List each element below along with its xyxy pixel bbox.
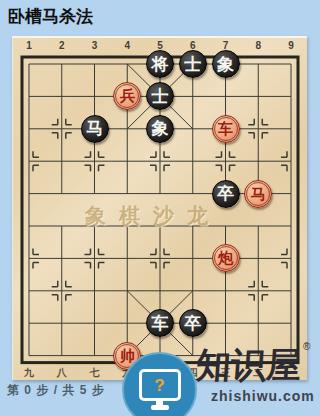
col-label-top-4: 4 (118, 40, 136, 51)
piece-glyph: 车 (214, 117, 238, 141)
piece-车-red[interactable]: 车 (212, 115, 240, 143)
piece-车-black[interactable]: 车 (146, 309, 174, 337)
col-label-bottom-1: 九 (20, 366, 38, 380)
piece-glyph: 士 (152, 85, 169, 108)
piece-士-black[interactable]: 士 (179, 50, 207, 78)
piece-glyph: 将 (152, 53, 169, 76)
page-title: 卧槽马杀法 (8, 5, 93, 28)
col-label-top-3: 3 (86, 40, 104, 51)
monitor-question-icon: ? (139, 369, 181, 401)
col-label-top-1: 1 (20, 40, 38, 51)
col-label-bottom-3: 七 (86, 366, 104, 380)
piece-glyph: 马 (246, 182, 270, 206)
xiangqi-board[interactable]: 123456789 九八七六五四三二一 象棋沙龙 将士象兵士马象车卒马炮车卒帅 (12, 36, 307, 380)
piece-卒-black[interactable]: 卒 (179, 309, 207, 337)
piece-glyph: 士 (184, 53, 201, 76)
piece-象-black[interactable]: 象 (212, 50, 240, 78)
step-counter: 第 0 步 / 共 5 步 (7, 382, 105, 399)
piece-glyph: 象 (152, 117, 169, 140)
piece-炮-red[interactable]: 炮 (212, 244, 240, 272)
piece-glyph: 车 (152, 312, 169, 335)
piece-glyph: 象 (217, 53, 234, 76)
col-label-bottom-2: 八 (53, 366, 71, 380)
piece-将-black[interactable]: 将 (146, 50, 174, 78)
piece-卒-black[interactable]: 卒 (212, 180, 240, 208)
piece-glyph: 卒 (217, 182, 234, 205)
col-label-top-2: 2 (53, 40, 71, 51)
piece-glyph: 卒 (184, 312, 201, 335)
brand-domain: zhishiwu.com (211, 388, 315, 404)
river-watermark: 象棋沙龙 (85, 202, 221, 230)
col-label-top-9: 9 (282, 40, 300, 51)
xiangqi-puzzle-page: { "game": "xiangqi", "page": { "title": … (0, 0, 320, 416)
piece-glyph: 炮 (214, 246, 238, 270)
col-label-top-8: 8 (249, 40, 267, 51)
piece-马-red[interactable]: 马 (244, 180, 272, 208)
piece-象-black[interactable]: 象 (146, 115, 174, 143)
piece-glyph: 马 (86, 117, 103, 140)
piece-马-black[interactable]: 马 (81, 115, 109, 143)
registered-trademark-icon: ® (303, 341, 310, 352)
brand-watermark: 知识屋 (194, 342, 307, 389)
piece-glyph: 兵 (115, 84, 139, 108)
